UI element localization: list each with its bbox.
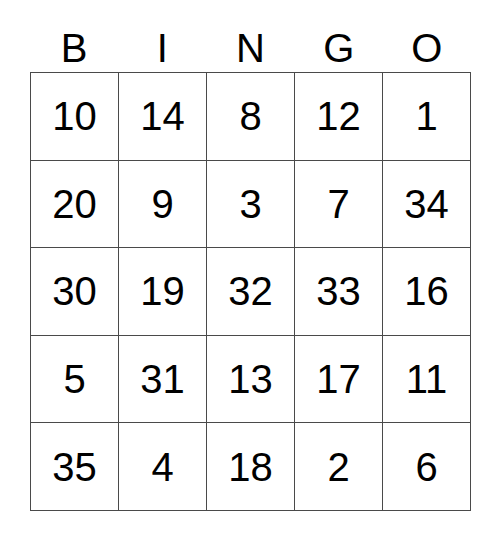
bingo-cell-r3c2[interactable]: 19: [119, 248, 206, 335]
bingo-cell-r5c5[interactable]: 6: [383, 423, 470, 510]
bingo-cell-r1c4[interactable]: 12: [295, 73, 382, 160]
bingo-cell-r4c3[interactable]: 13: [207, 336, 294, 423]
bingo-cell-r4c4[interactable]: 17: [295, 336, 382, 423]
bingo-cell-r3c1[interactable]: 30: [31, 248, 118, 335]
bingo-cell-r1c3[interactable]: 8: [207, 73, 294, 160]
bingo-cell-r3c5[interactable]: 16: [383, 248, 470, 335]
header-letter-n: N: [206, 0, 294, 70]
bingo-cell-r1c5[interactable]: 1: [383, 73, 470, 160]
bingo-cell-r5c3[interactable]: 18: [207, 423, 294, 510]
bingo-cell-r1c1[interactable]: 10: [31, 73, 118, 160]
bingo-header: B I N G O: [30, 0, 471, 70]
bingo-cell-r5c2[interactable]: 4: [119, 423, 206, 510]
header-letter-o: O: [383, 0, 471, 70]
bingo-cell-r5c1[interactable]: 35: [31, 423, 118, 510]
bingo-cell-r2c3[interactable]: 3: [207, 161, 294, 248]
bingo-cell-r2c4[interactable]: 7: [295, 161, 382, 248]
bingo-cell-r4c5[interactable]: 11: [383, 336, 470, 423]
bingo-cell-r4c1[interactable]: 5: [31, 336, 118, 423]
bingo-cell-r1c2[interactable]: 14: [119, 73, 206, 160]
bingo-cell-r4c2[interactable]: 31: [119, 336, 206, 423]
header-letter-i: I: [118, 0, 206, 70]
header-letter-b: B: [30, 0, 118, 70]
bingo-cell-r2c2[interactable]: 9: [119, 161, 206, 248]
bingo-cell-r3c4[interactable]: 33: [295, 248, 382, 335]
bingo-cell-r3c3[interactable]: 32: [207, 248, 294, 335]
bingo-grid: 10 14 8 12 1 20 9 3 7 34 30 19 32 33 16 …: [30, 72, 471, 511]
bingo-card: B I N G O 10 14 8 12 1 20 9 3 7 34 30 19…: [0, 0, 500, 544]
header-letter-g: G: [295, 0, 383, 70]
bingo-cell-r2c5[interactable]: 34: [383, 161, 470, 248]
bingo-cell-r2c1[interactable]: 20: [31, 161, 118, 248]
bingo-cell-r5c4[interactable]: 2: [295, 423, 382, 510]
